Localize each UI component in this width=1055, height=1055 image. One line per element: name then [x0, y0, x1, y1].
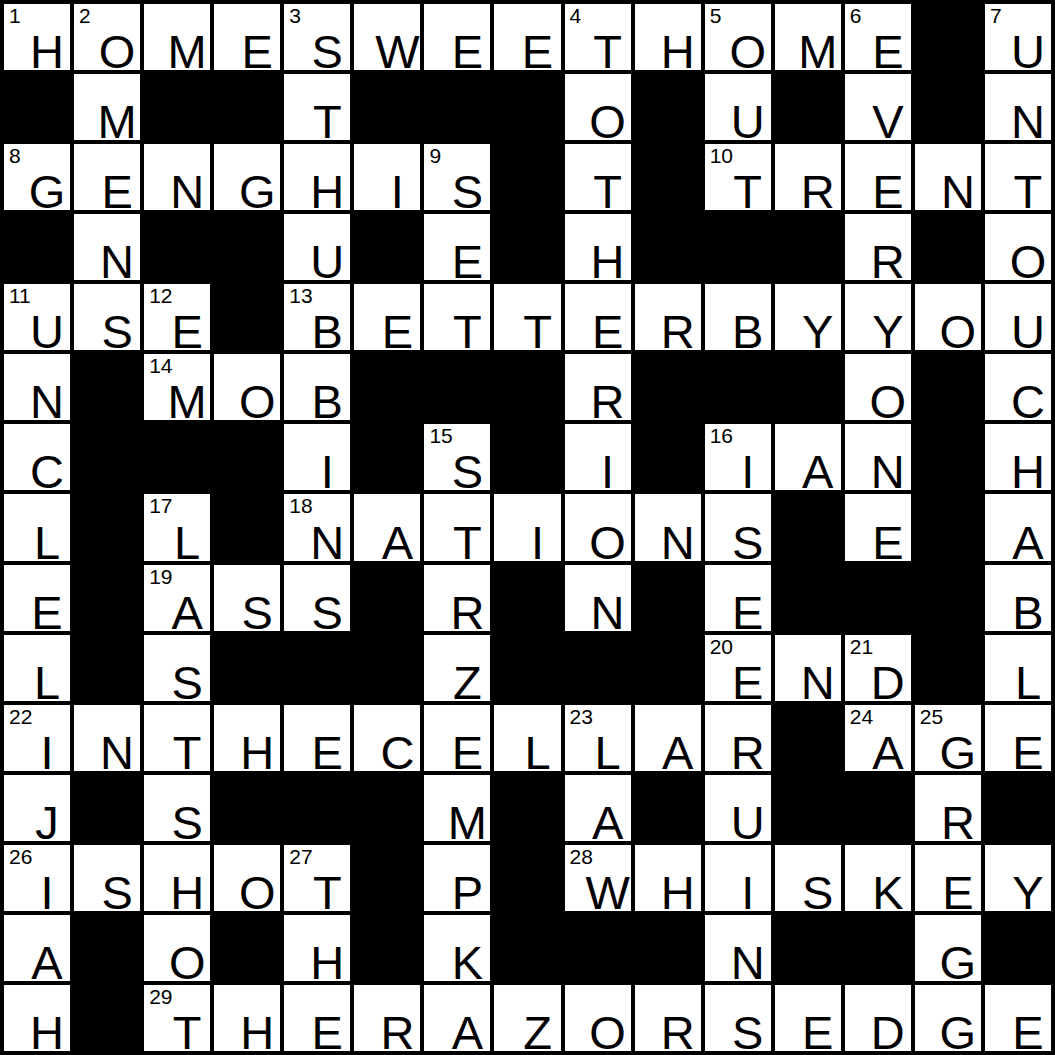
cell-r9c1[interactable]: E	[2, 563, 72, 633]
cell-r13c1[interactable]: 26I	[2, 843, 72, 913]
black-cell-r4c8	[492, 212, 562, 282]
cell-r10c13[interactable]: 21D	[843, 633, 913, 703]
cell-letter: E	[775, 1009, 841, 1055]
cell-r9c3[interactable]: 19A	[142, 563, 212, 633]
black-cell-r2c8	[492, 72, 562, 142]
cell-r11c2[interactable]: N	[72, 703, 142, 773]
cell-letter: E	[424, 729, 490, 776]
clue-number-25: 25	[920, 705, 943, 728]
black-cell-r7c2	[72, 422, 142, 492]
cell-letter: G	[915, 939, 981, 986]
cell-letter: N	[74, 729, 140, 776]
cell-r9c4[interactable]: S	[212, 563, 282, 633]
cell-letter: M	[144, 378, 210, 425]
black-cell-r5c4	[212, 282, 282, 352]
cell-r9c15[interactable]: B	[983, 563, 1053, 633]
black-cell-r6c7	[422, 352, 492, 422]
cell-r5c3[interactable]: 12E	[142, 282, 212, 352]
black-cell-r4c3	[142, 212, 212, 282]
cell-letter: L	[4, 519, 70, 566]
cell-r5c7[interactable]: T	[422, 282, 492, 352]
cell-letter: T	[284, 869, 350, 916]
cell-r1c11[interactable]: 5O	[703, 2, 773, 72]
cell-r1c5[interactable]: 3S	[282, 2, 352, 72]
black-cell-r14c4	[212, 913, 282, 983]
cell-r15c8[interactable]: Z	[492, 983, 562, 1053]
cell-r11c15[interactable]: E	[983, 703, 1053, 773]
cell-letter: S	[424, 448, 490, 495]
cell-letter: E	[284, 729, 350, 776]
cell-r5c11[interactable]: B	[703, 282, 773, 352]
cell-r5c12[interactable]: Y	[773, 282, 843, 352]
black-cell-r7c14	[913, 422, 983, 492]
black-cell-r4c11	[703, 212, 773, 282]
cell-r9c5[interactable]: S	[282, 563, 352, 633]
cell-r5c10[interactable]: R	[633, 282, 703, 352]
cell-r8c5[interactable]: 18N	[282, 492, 352, 562]
cell-letter: E	[144, 308, 210, 355]
cell-r15c7[interactable]: A	[422, 983, 492, 1053]
cell-r14c11[interactable]: N	[703, 913, 773, 983]
cell-letter: D	[845, 659, 911, 706]
black-cell-r10c4	[212, 633, 282, 703]
cell-r7c5[interactable]: I	[282, 422, 352, 492]
cell-r15c4[interactable]: H	[212, 983, 282, 1053]
cell-r10c1[interactable]: L	[2, 633, 72, 703]
clue-number-20: 20	[710, 635, 733, 658]
cell-r14c5[interactable]: H	[282, 913, 352, 983]
cell-letter: Z	[424, 659, 490, 706]
cell-letter: K	[424, 939, 490, 986]
cell-r8c15[interactable]: A	[983, 492, 1053, 562]
cell-r5c9[interactable]: E	[563, 282, 633, 352]
black-cell-r12c15	[983, 773, 1053, 843]
cell-letter: R	[354, 1009, 420, 1055]
cell-r11c8[interactable]: L	[492, 703, 562, 773]
black-cell-r12c12	[773, 773, 843, 843]
cell-r15c11[interactable]: S	[703, 983, 773, 1053]
cell-letter: R	[635, 308, 701, 355]
clue-number-3: 3	[289, 4, 301, 27]
black-cell-r14c12	[773, 913, 843, 983]
black-cell-r13c8	[492, 843, 562, 913]
cell-r14c14[interactable]: G	[913, 913, 983, 983]
cell-r2c5[interactable]: T	[282, 72, 352, 142]
cell-letter: H	[635, 869, 701, 916]
cell-r6c5[interactable]: B	[282, 352, 352, 422]
cell-r12c1[interactable]: J	[2, 773, 72, 843]
clue-number-18: 18	[289, 494, 312, 517]
cell-letter: R	[845, 238, 911, 285]
cell-letter: G	[214, 168, 280, 215]
cell-r6c13[interactable]: O	[843, 352, 913, 422]
cell-r3c13[interactable]: E	[843, 142, 913, 212]
cell-r3c11[interactable]: 10T	[703, 142, 773, 212]
clue-number-4: 4	[570, 4, 582, 27]
cell-letter: I	[494, 519, 560, 566]
cell-r7c12[interactable]: A	[773, 422, 843, 492]
black-cell-r9c14	[913, 563, 983, 633]
cell-letter: E	[4, 589, 70, 636]
cell-r1c6[interactable]: W	[352, 2, 422, 72]
cell-r12c9[interactable]: A	[563, 773, 633, 843]
cell-letter: W	[354, 28, 420, 75]
cell-r13c15[interactable]: Y	[983, 843, 1053, 913]
cell-r3c3[interactable]: N	[142, 142, 212, 212]
cell-letter: S	[74, 869, 140, 916]
cell-r3c4[interactable]: G	[212, 142, 282, 212]
cell-r8c10[interactable]: N	[633, 492, 703, 562]
black-cell-r4c12	[773, 212, 843, 282]
cell-r2c13[interactable]: V	[843, 72, 913, 142]
cell-r3c2[interactable]: E	[72, 142, 142, 212]
cell-r3c6[interactable]: I	[352, 142, 422, 212]
cell-r8c3[interactable]: 17L	[142, 492, 212, 562]
clue-number-13: 13	[289, 284, 312, 307]
cell-letter: N	[705, 939, 771, 986]
cell-r7c7[interactable]: 15S	[422, 422, 492, 492]
cell-r6c15[interactable]: C	[983, 352, 1053, 422]
clue-number-27: 27	[289, 845, 312, 868]
cell-r9c11[interactable]: E	[703, 563, 773, 633]
cell-letter: H	[4, 1009, 70, 1055]
cell-r7c15[interactable]: H	[983, 422, 1053, 492]
cell-r13c11[interactable]: I	[703, 843, 773, 913]
cell-r2c9[interactable]: O	[563, 72, 633, 142]
cell-r5c5[interactable]: 13B	[282, 282, 352, 352]
black-cell-r12c4	[212, 773, 282, 843]
black-cell-r12c6	[352, 773, 422, 843]
cell-r4c2[interactable]: N	[72, 212, 142, 282]
cell-r13c7[interactable]: P	[422, 843, 492, 913]
cell-letter: G	[915, 1009, 981, 1055]
clue-number-9: 9	[429, 144, 441, 167]
black-cell-r6c14	[913, 352, 983, 422]
black-cell-r3c8	[492, 142, 562, 212]
cell-letter: E	[74, 168, 140, 215]
black-cell-r2c4	[212, 72, 282, 142]
cell-r1c7[interactable]: E	[422, 2, 492, 72]
cell-r1c8[interactable]: E	[492, 2, 562, 72]
cell-r15c15[interactable]: E	[983, 983, 1053, 1053]
cell-r1c2[interactable]: 2O	[72, 2, 142, 72]
cell-r10c3[interactable]: S	[142, 633, 212, 703]
cell-letter: U	[705, 799, 771, 846]
cell-letter: N	[74, 238, 140, 285]
clue-number-21: 21	[850, 635, 873, 658]
cell-letter: S	[705, 519, 771, 566]
cell-r10c11[interactable]: 20E	[703, 633, 773, 703]
cell-r1c15[interactable]: 7U	[983, 2, 1053, 72]
cell-letter: R	[915, 799, 981, 846]
black-cell-r10c10	[633, 633, 703, 703]
cell-letter: P	[424, 869, 490, 916]
cell-letter: E	[424, 28, 490, 75]
cell-r5c2[interactable]: S	[72, 282, 142, 352]
cell-letter: U	[4, 308, 70, 355]
cell-letter: S	[214, 589, 280, 636]
cell-r11c14[interactable]: 25G	[913, 703, 983, 773]
cell-letter: T	[424, 519, 490, 566]
cell-r10c7[interactable]: Z	[422, 633, 492, 703]
cell-r13c4[interactable]: O	[212, 843, 282, 913]
cell-r1c9[interactable]: 4T	[563, 2, 633, 72]
cell-letter: U	[985, 28, 1051, 75]
cell-r5c8[interactable]: T	[492, 282, 562, 352]
black-cell-r14c13	[843, 913, 913, 983]
cell-r3c9[interactable]: T	[563, 142, 633, 212]
cell-r1c10[interactable]: H	[633, 2, 703, 72]
cell-letter: T	[705, 168, 771, 215]
cell-letter: H	[284, 939, 350, 986]
cell-r8c11[interactable]: S	[703, 492, 773, 562]
cell-r7c13[interactable]: N	[843, 422, 913, 492]
cell-letter: T	[985, 168, 1051, 215]
cell-r3c14[interactable]: N	[913, 142, 983, 212]
cell-letter: B	[284, 308, 350, 355]
black-cell-r4c14	[913, 212, 983, 282]
cell-letter: I	[4, 869, 70, 916]
cell-r8c6[interactable]: A	[352, 492, 422, 562]
cell-r4c5[interactable]: U	[282, 212, 352, 282]
cell-r9c9[interactable]: N	[563, 563, 633, 633]
cell-r3c5[interactable]: H	[282, 142, 352, 212]
cell-r15c10[interactable]: R	[633, 983, 703, 1053]
cell-r5c6[interactable]: E	[352, 282, 422, 352]
cell-letter: E	[705, 659, 771, 706]
clue-number-24: 24	[850, 705, 873, 728]
black-cell-r2c1	[2, 72, 72, 142]
cell-r11c9[interactable]: 23L	[563, 703, 633, 773]
black-cell-r7c8	[492, 422, 562, 492]
cell-r5c15[interactable]: U	[983, 282, 1053, 352]
cell-r6c4[interactable]: O	[212, 352, 282, 422]
cell-letter: D	[845, 1009, 911, 1055]
black-cell-r13c6	[352, 843, 422, 913]
cell-letter: N	[144, 168, 210, 215]
cell-letter: O	[705, 28, 771, 75]
cell-letter: H	[284, 168, 350, 215]
cell-r13c10[interactable]: H	[633, 843, 703, 913]
cell-r12c14[interactable]: R	[913, 773, 983, 843]
cell-r5c13[interactable]: Y	[843, 282, 913, 352]
clue-number-6: 6	[850, 4, 862, 27]
cell-r9c7[interactable]: R	[422, 563, 492, 633]
cell-letter: R	[705, 729, 771, 776]
cell-letter: H	[4, 28, 70, 75]
cell-letter: U	[705, 98, 771, 145]
cell-letter: S	[144, 659, 210, 706]
cell-r13c13[interactable]: K	[843, 843, 913, 913]
cell-r1c12[interactable]: M	[773, 2, 843, 72]
cell-letter: O	[214, 869, 280, 916]
black-cell-r7c6	[352, 422, 422, 492]
cell-letter: Z	[494, 1009, 560, 1055]
cell-r4c13[interactable]: R	[843, 212, 913, 282]
cell-letter: J	[4, 799, 70, 846]
cell-r14c1[interactable]: A	[2, 913, 72, 983]
black-cell-r8c4	[212, 492, 282, 562]
black-cell-r10c2	[72, 633, 142, 703]
black-cell-r6c2	[72, 352, 142, 422]
cell-r15c13[interactable]: D	[843, 983, 913, 1053]
cell-r15c6[interactable]: R	[352, 983, 422, 1053]
cell-r14c7[interactable]: K	[422, 913, 492, 983]
black-cell-r4c10	[633, 212, 703, 282]
black-cell-r10c5	[282, 633, 352, 703]
cell-r2c2[interactable]: M	[72, 72, 142, 142]
cell-letter: T	[284, 98, 350, 145]
cell-letter: C	[985, 378, 1051, 425]
cell-r12c7[interactable]: M	[422, 773, 492, 843]
cell-r13c14[interactable]: E	[913, 843, 983, 913]
black-cell-r14c9	[563, 913, 633, 983]
clue-number-23: 23	[570, 705, 593, 728]
cell-letter: E	[845, 519, 911, 566]
cell-letter: E	[985, 729, 1051, 776]
cell-letter: L	[144, 519, 210, 566]
black-cell-r9c6	[352, 563, 422, 633]
cell-r8c13[interactable]: E	[843, 492, 913, 562]
cell-r4c15[interactable]: O	[983, 212, 1053, 282]
black-cell-r4c6	[352, 212, 422, 282]
cell-letter: A	[565, 799, 631, 846]
cell-r11c6[interactable]: C	[352, 703, 422, 773]
cell-r11c3[interactable]: T	[142, 703, 212, 773]
cell-r5c14[interactable]: O	[913, 282, 983, 352]
cell-letter: H	[635, 28, 701, 75]
cell-letter: A	[635, 729, 701, 776]
cell-r6c3[interactable]: 14M	[142, 352, 212, 422]
clue-number-8: 8	[9, 144, 21, 167]
cell-letter: E	[705, 589, 771, 636]
cell-r11c7[interactable]: E	[422, 703, 492, 773]
black-cell-r8c12	[773, 492, 843, 562]
cell-r3c15[interactable]: T	[983, 142, 1053, 212]
cell-letter: O	[214, 378, 280, 425]
black-cell-r6c11	[703, 352, 773, 422]
cell-r7c1[interactable]: C	[2, 422, 72, 492]
cell-r2c11[interactable]: U	[703, 72, 773, 142]
black-cell-r7c3	[142, 422, 212, 492]
cell-r1c1[interactable]: 1H	[2, 2, 72, 72]
cell-letter: A	[424, 1009, 490, 1055]
cell-letter: I	[354, 168, 420, 215]
black-cell-r12c2	[72, 773, 142, 843]
cell-letter: S	[705, 1009, 771, 1055]
black-cell-r14c15	[983, 913, 1053, 983]
cell-letter: U	[284, 238, 350, 285]
cell-letter: A	[4, 939, 70, 986]
cell-r3c1[interactable]: 8G	[2, 142, 72, 212]
cell-letter: H	[214, 1009, 280, 1055]
cell-letter: S	[284, 589, 350, 636]
cell-r8c1[interactable]: L	[2, 492, 72, 562]
cell-letter: O	[915, 308, 981, 355]
cell-r13c2[interactable]: S	[72, 843, 142, 913]
clue-number-7: 7	[990, 4, 1002, 27]
black-cell-r9c8	[492, 563, 562, 633]
crossword-grid: 1H2OME3SWEE4TH5OM6E7UMTOUVN8GENGHI9ST10T…	[0, 0, 1055, 1055]
black-cell-r4c1	[2, 212, 72, 282]
cell-r1c3[interactable]: M	[142, 2, 212, 72]
clue-number-2: 2	[79, 4, 91, 27]
cell-r15c5[interactable]: E	[282, 983, 352, 1053]
black-cell-r6c10	[633, 352, 703, 422]
cell-r4c9[interactable]: H	[563, 212, 633, 282]
cell-r13c9[interactable]: 28W	[563, 843, 633, 913]
cell-letter: S	[284, 28, 350, 75]
cell-r5c1[interactable]: 11U	[2, 282, 72, 352]
cell-r13c5[interactable]: 27T	[282, 843, 352, 913]
cell-r15c1[interactable]: H	[2, 983, 72, 1053]
cell-letter: E	[494, 28, 560, 75]
cell-r8c7[interactable]: T	[422, 492, 492, 562]
cell-r15c12[interactable]: E	[773, 983, 843, 1053]
cell-r1c13[interactable]: 6E	[843, 2, 913, 72]
cell-r4c7[interactable]: E	[422, 212, 492, 282]
black-cell-r12c10	[633, 773, 703, 843]
cell-r11c13[interactable]: 24A	[843, 703, 913, 773]
black-cell-r10c6	[352, 633, 422, 703]
cell-r3c12[interactable]: R	[773, 142, 843, 212]
black-cell-r10c14	[913, 633, 983, 703]
cell-letter: N	[985, 98, 1051, 145]
clue-number-5: 5	[710, 4, 722, 27]
cell-r7c11[interactable]: 16I	[703, 422, 773, 492]
cell-r7c9[interactable]: I	[563, 422, 633, 492]
black-cell-r9c13	[843, 563, 913, 633]
cell-letter: O	[74, 28, 140, 75]
cell-letter: O	[565, 98, 631, 145]
cell-r2c15[interactable]: N	[983, 72, 1053, 142]
clue-number-14: 14	[149, 354, 172, 377]
cell-r15c3[interactable]: 29T	[142, 983, 212, 1053]
cell-r15c14[interactable]: G	[913, 983, 983, 1053]
black-cell-r2c3	[142, 72, 212, 142]
cell-r11c4[interactable]: H	[212, 703, 282, 773]
cell-r11c5[interactable]: E	[282, 703, 352, 773]
cell-r15c9[interactable]: O	[563, 983, 633, 1053]
cell-letter: M	[424, 799, 490, 846]
cell-r8c8[interactable]: I	[492, 492, 562, 562]
cell-r8c9[interactable]: O	[563, 492, 633, 562]
cell-r1c4[interactable]: E	[212, 2, 282, 72]
cell-r14c3[interactable]: O	[142, 913, 212, 983]
cell-r3c7[interactable]: 9S	[422, 142, 492, 212]
cell-letter: S	[74, 308, 140, 355]
cell-letter: O	[845, 378, 911, 425]
cell-r12c11[interactable]: U	[703, 773, 773, 843]
cell-letter: E	[354, 308, 420, 355]
cell-r6c9[interactable]: R	[563, 352, 633, 422]
cell-r10c12[interactable]: N	[773, 633, 843, 703]
black-cell-r2c12	[773, 72, 843, 142]
cell-r10c15[interactable]: L	[983, 633, 1053, 703]
cell-letter: S	[775, 869, 841, 916]
cell-r13c3[interactable]: H	[142, 843, 212, 913]
cell-r11c11[interactable]: R	[703, 703, 773, 773]
black-cell-r15c2	[72, 983, 142, 1053]
cell-r13c12[interactable]: S	[773, 843, 843, 913]
black-cell-r2c10	[633, 72, 703, 142]
cell-r12c3[interactable]: S	[142, 773, 212, 843]
cell-r11c1[interactable]: 22I	[2, 703, 72, 773]
cell-r11c10[interactable]: A	[633, 703, 703, 773]
cell-letter: A	[144, 589, 210, 636]
cell-letter: N	[845, 448, 911, 495]
cell-r6c1[interactable]: N	[2, 352, 72, 422]
